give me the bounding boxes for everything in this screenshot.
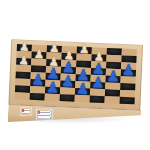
checkers-box-scene: ♟♟♟♟♟♟♟♟♟♟♟♟♟♟♟♟♟♟♟ bbox=[7, 39, 145, 145]
square-d1 bbox=[60, 94, 75, 102]
square-a1 bbox=[15, 92, 30, 100]
sticker-label-2 bbox=[36, 108, 53, 120]
square-b1 bbox=[30, 93, 45, 101]
sticker-label-1 bbox=[20, 107, 32, 117]
photo-canvas: ♟♟♟♟♟♟♟♟♟♟♟♟♟♟♟♟♟♟♟ bbox=[0, 0, 150, 150]
square-c1 bbox=[45, 94, 60, 102]
square-f1 bbox=[90, 96, 105, 104]
square-g1 bbox=[105, 96, 120, 104]
board-wood-frame: ♟♟♟♟♟♟♟♟♟♟♟♟♟♟♟♟♟♟♟ bbox=[8, 39, 143, 110]
board-top-surface: ♟♟♟♟♟♟♟♟♟♟♟♟♟♟♟♟♟♟♟ bbox=[8, 39, 143, 110]
square-e1 bbox=[75, 95, 90, 103]
square-h1 bbox=[120, 97, 135, 105]
board-grid: ♟♟♟♟♟♟♟♟♟♟♟♟♟♟♟♟♟♟♟ bbox=[15, 44, 137, 104]
